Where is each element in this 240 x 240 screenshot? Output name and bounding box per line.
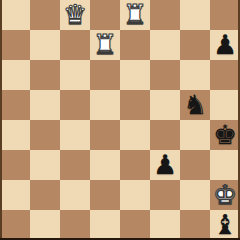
square-g1[interactable] xyxy=(180,210,210,240)
square-a8[interactable] xyxy=(0,0,30,30)
square-b2[interactable] xyxy=(30,180,60,210)
square-d2[interactable] xyxy=(90,180,120,210)
piece-white-rook[interactable]: ♜ xyxy=(93,30,117,60)
square-b4[interactable] xyxy=(30,120,60,150)
square-c6[interactable] xyxy=(60,60,90,90)
square-h2[interactable]: ♚ xyxy=(210,180,240,210)
square-d5[interactable] xyxy=(90,90,120,120)
square-f7[interactable] xyxy=(150,30,180,60)
square-h8[interactable] xyxy=(210,0,240,30)
square-b8[interactable] xyxy=(30,0,60,30)
square-c4[interactable] xyxy=(60,120,90,150)
square-c5[interactable] xyxy=(60,90,90,120)
piece-black-king[interactable]: ♚ xyxy=(213,120,237,150)
square-d4[interactable] xyxy=(90,120,120,150)
square-b5[interactable] xyxy=(30,90,60,120)
square-c8[interactable]: ♛ xyxy=(60,0,90,30)
square-e1[interactable] xyxy=(120,210,150,240)
square-h1[interactable]: ♝ xyxy=(210,210,240,240)
square-c7[interactable] xyxy=(60,30,90,60)
square-e8[interactable]: ♜ xyxy=(120,0,150,30)
board-grid: ♛♜♜♟♞♚♟♚♝ xyxy=(0,0,240,240)
piece-white-queen[interactable]: ♛ xyxy=(63,0,87,30)
square-h7[interactable]: ♟ xyxy=(210,30,240,60)
square-f2[interactable] xyxy=(150,180,180,210)
square-e3[interactable] xyxy=(120,150,150,180)
square-h5[interactable] xyxy=(210,90,240,120)
square-d1[interactable] xyxy=(90,210,120,240)
square-f4[interactable] xyxy=(150,120,180,150)
piece-black-pawn[interactable]: ♟ xyxy=(153,150,177,180)
square-c1[interactable] xyxy=(60,210,90,240)
piece-black-bishop[interactable]: ♝ xyxy=(213,210,237,240)
square-a2[interactable] xyxy=(0,180,30,210)
square-e7[interactable] xyxy=(120,30,150,60)
square-h6[interactable] xyxy=(210,60,240,90)
square-a5[interactable] xyxy=(0,90,30,120)
square-g3[interactable] xyxy=(180,150,210,180)
square-e2[interactable] xyxy=(120,180,150,210)
square-a4[interactable] xyxy=(0,120,30,150)
piece-black-knight[interactable]: ♞ xyxy=(183,90,207,120)
square-g8[interactable] xyxy=(180,0,210,30)
square-f1[interactable] xyxy=(150,210,180,240)
square-f6[interactable] xyxy=(150,60,180,90)
square-f3[interactable]: ♟ xyxy=(150,150,180,180)
square-d7[interactable]: ♜ xyxy=(90,30,120,60)
square-e6[interactable] xyxy=(120,60,150,90)
piece-white-king[interactable]: ♚ xyxy=(213,180,237,210)
square-d6[interactable] xyxy=(90,60,120,90)
piece-white-rook[interactable]: ♜ xyxy=(123,0,147,30)
square-b3[interactable] xyxy=(30,150,60,180)
square-c2[interactable] xyxy=(60,180,90,210)
square-a1[interactable] xyxy=(0,210,30,240)
square-a6[interactable] xyxy=(0,60,30,90)
square-b7[interactable] xyxy=(30,30,60,60)
square-c3[interactable] xyxy=(60,150,90,180)
square-g6[interactable] xyxy=(180,60,210,90)
square-h4[interactable]: ♚ xyxy=(210,120,240,150)
square-g5[interactable]: ♞ xyxy=(180,90,210,120)
square-b6[interactable] xyxy=(30,60,60,90)
square-g2[interactable] xyxy=(180,180,210,210)
square-a7[interactable] xyxy=(0,30,30,60)
square-f5[interactable] xyxy=(150,90,180,120)
square-d8[interactable] xyxy=(90,0,120,30)
piece-black-pawn[interactable]: ♟ xyxy=(213,30,237,60)
chessboard: ♛♜♜♟♞♚♟♚♝ xyxy=(0,0,240,240)
square-g4[interactable] xyxy=(180,120,210,150)
square-g7[interactable] xyxy=(180,30,210,60)
square-f8[interactable] xyxy=(150,0,180,30)
square-h3[interactable] xyxy=(210,150,240,180)
square-b1[interactable] xyxy=(30,210,60,240)
square-d3[interactable] xyxy=(90,150,120,180)
square-e4[interactable] xyxy=(120,120,150,150)
square-a3[interactable] xyxy=(0,150,30,180)
square-e5[interactable] xyxy=(120,90,150,120)
